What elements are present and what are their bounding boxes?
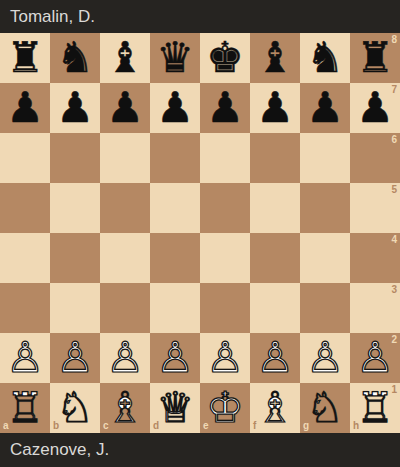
square-d4[interactable] — [150, 233, 200, 283]
square-a5[interactable] — [0, 183, 50, 233]
piece-white-rook[interactable]: ♖ — [0, 383, 50, 433]
square-f4[interactable] — [250, 233, 300, 283]
piece-white-pawn[interactable]: ♙ — [200, 333, 250, 383]
square-a8[interactable]: ♜ — [0, 33, 50, 83]
player-name-bottom: Cazenove, J. — [10, 440, 109, 460]
square-a2[interactable]: ♙ — [0, 333, 50, 383]
square-c1[interactable]: ♗c — [100, 383, 150, 433]
piece-white-pawn[interactable]: ♙ — [50, 333, 100, 383]
square-b6[interactable] — [50, 133, 100, 183]
square-g8[interactable]: ♞ — [300, 33, 350, 83]
square-h8[interactable]: ♜8 — [350, 33, 400, 83]
square-e1[interactable]: ♔e — [200, 383, 250, 433]
square-e8[interactable]: ♚ — [200, 33, 250, 83]
square-b3[interactable] — [50, 283, 100, 333]
piece-white-pawn[interactable]: ♙ — [350, 333, 400, 383]
square-h2[interactable]: ♙2 — [350, 333, 400, 383]
piece-black-pawn[interactable]: ♟ — [50, 83, 100, 133]
piece-black-knight[interactable]: ♞ — [300, 33, 350, 83]
square-b1[interactable]: ♘b — [50, 383, 100, 433]
player-name-top: Tomalin, D. — [10, 7, 95, 27]
square-d8[interactable]: ♛ — [150, 33, 200, 83]
square-e5[interactable] — [200, 183, 250, 233]
square-a1[interactable]: ♖a — [0, 383, 50, 433]
square-f6[interactable] — [250, 133, 300, 183]
rank-label-3: 3 — [391, 285, 397, 295]
square-c4[interactable] — [100, 233, 150, 283]
piece-black-pawn[interactable]: ♟ — [100, 83, 150, 133]
square-f7[interactable]: ♟ — [250, 83, 300, 133]
rank-label-6: 6 — [391, 135, 397, 145]
piece-black-pawn[interactable]: ♟ — [250, 83, 300, 133]
square-g7[interactable]: ♟ — [300, 83, 350, 133]
piece-white-rook[interactable]: ♖ — [350, 383, 400, 433]
square-f2[interactable]: ♙ — [250, 333, 300, 383]
square-h3[interactable]: 3 — [350, 283, 400, 333]
square-e6[interactable] — [200, 133, 250, 183]
square-g2[interactable]: ♙ — [300, 333, 350, 383]
piece-black-bishop[interactable]: ♝ — [100, 33, 150, 83]
piece-white-pawn[interactable]: ♙ — [0, 333, 50, 383]
square-a7[interactable]: ♟ — [0, 83, 50, 133]
square-e7[interactable]: ♟ — [200, 83, 250, 133]
square-e3[interactable] — [200, 283, 250, 333]
square-e2[interactable]: ♙ — [200, 333, 250, 383]
piece-black-queen[interactable]: ♛ — [150, 33, 200, 83]
piece-black-pawn[interactable]: ♟ — [0, 83, 50, 133]
square-g4[interactable] — [300, 233, 350, 283]
square-d5[interactable] — [150, 183, 200, 233]
square-c7[interactable]: ♟ — [100, 83, 150, 133]
square-d1[interactable]: ♕d — [150, 383, 200, 433]
piece-black-pawn[interactable]: ♟ — [150, 83, 200, 133]
square-g1[interactable]: ♘g — [300, 383, 350, 433]
square-a6[interactable] — [0, 133, 50, 183]
square-e4[interactable] — [200, 233, 250, 283]
piece-white-queen[interactable]: ♕ — [150, 383, 200, 433]
square-b5[interactable] — [50, 183, 100, 233]
square-g6[interactable] — [300, 133, 350, 183]
piece-black-pawn[interactable]: ♟ — [200, 83, 250, 133]
square-d7[interactable]: ♟ — [150, 83, 200, 133]
square-c2[interactable]: ♙ — [100, 333, 150, 383]
piece-white-king[interactable]: ♔ — [200, 383, 250, 433]
square-a3[interactable] — [0, 283, 50, 333]
square-b8[interactable]: ♞ — [50, 33, 100, 83]
rank-label-4: 4 — [391, 235, 397, 245]
square-c8[interactable]: ♝ — [100, 33, 150, 83]
square-f3[interactable] — [250, 283, 300, 333]
square-d6[interactable] — [150, 133, 200, 183]
piece-black-knight[interactable]: ♞ — [50, 33, 100, 83]
square-c6[interactable] — [100, 133, 150, 183]
square-b2[interactable]: ♙ — [50, 333, 100, 383]
square-f5[interactable] — [250, 183, 300, 233]
rank-label-5: 5 — [391, 185, 397, 195]
bottom-player-bar: Cazenove, J. — [0, 433, 400, 467]
square-c5[interactable] — [100, 183, 150, 233]
piece-white-pawn[interactable]: ♙ — [100, 333, 150, 383]
square-g3[interactable] — [300, 283, 350, 333]
piece-black-rook[interactable]: ♜ — [0, 33, 50, 83]
square-b4[interactable] — [50, 233, 100, 283]
piece-white-pawn[interactable]: ♙ — [300, 333, 350, 383]
chess-game-screen: Tomalin, D. ♜♞♝♛♚♝♞♜8♟♟♟♟♟♟♟♟76543♙♙♙♙♙♙… — [0, 0, 400, 467]
piece-black-bishop[interactable]: ♝ — [250, 33, 300, 83]
square-h7[interactable]: ♟7 — [350, 83, 400, 133]
square-h5[interactable]: 5 — [350, 183, 400, 233]
piece-white-pawn[interactable]: ♙ — [250, 333, 300, 383]
piece-black-king[interactable]: ♚ — [200, 33, 250, 83]
square-b7[interactable]: ♟ — [50, 83, 100, 133]
piece-white-knight[interactable]: ♘ — [50, 383, 100, 433]
top-player-bar: Tomalin, D. — [0, 0, 400, 33]
square-h4[interactable]: 4 — [350, 233, 400, 283]
square-h6[interactable]: 6 — [350, 133, 400, 183]
square-h1[interactable]: ♖1h — [350, 383, 400, 433]
square-g5[interactable] — [300, 183, 350, 233]
piece-white-pawn[interactable]: ♙ — [150, 333, 200, 383]
piece-white-knight[interactable]: ♘ — [300, 383, 350, 433]
square-f1[interactable]: ♗f — [250, 383, 300, 433]
square-c3[interactable] — [100, 283, 150, 333]
piece-black-rook[interactable]: ♜ — [350, 33, 400, 83]
piece-black-pawn[interactable]: ♟ — [300, 83, 350, 133]
piece-white-bishop[interactable]: ♗ — [100, 383, 150, 433]
square-d3[interactable] — [150, 283, 200, 333]
piece-black-pawn[interactable]: ♟ — [350, 83, 400, 133]
chess-board: ♜♞♝♛♚♝♞♜8♟♟♟♟♟♟♟♟76543♙♙♙♙♙♙♙♙2♖a♘b♗c♕d♔… — [0, 33, 400, 433]
piece-white-bishop[interactable]: ♗ — [250, 383, 300, 433]
square-d2[interactable]: ♙ — [150, 333, 200, 383]
square-a4[interactable] — [0, 233, 50, 283]
square-f8[interactable]: ♝ — [250, 33, 300, 83]
